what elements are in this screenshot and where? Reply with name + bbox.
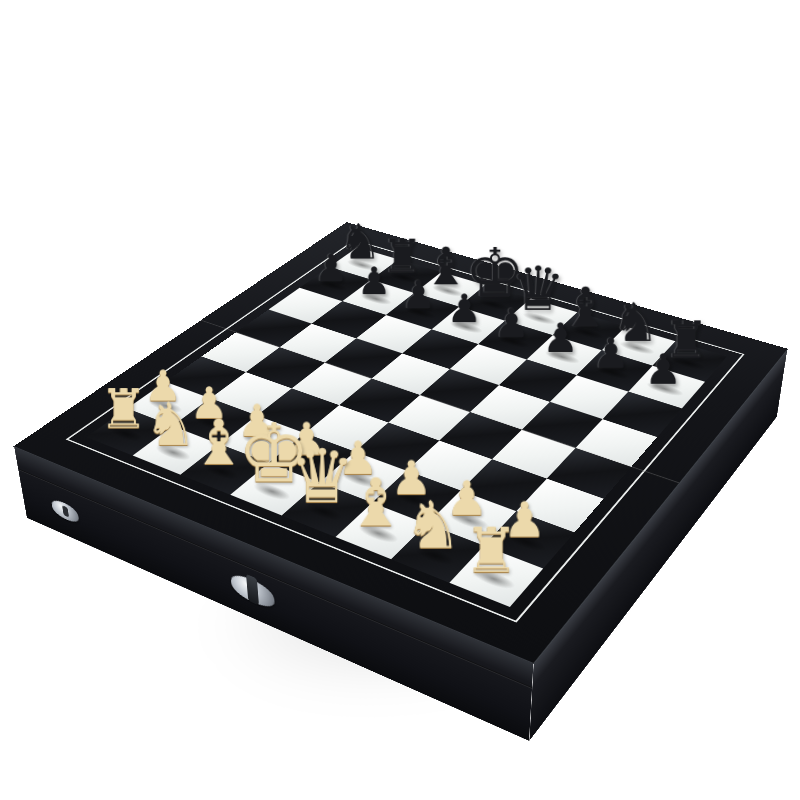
white-rook-h1: ♜ <box>457 520 526 582</box>
square-b5 <box>280 324 357 363</box>
scene: ♞♜♝♚♛♝♞♜♟♟♟♟♟♟♟♟♟♟♟♟♟♟♟♟♜♞♝♚♛♝♞♜ <box>140 115 700 675</box>
black-pawn-e7: ♟ <box>484 304 539 344</box>
black-pawn-f7: ♟ <box>532 318 588 358</box>
hinge-fitting <box>51 497 80 525</box>
chess-set-photo: ♞♜♝♚♛♝♞♜♟♟♟♟♟♟♟♟♟♟♟♟♟♟♟♟♜♞♝♚♛♝♞♜ <box>0 0 800 800</box>
square-b4 <box>246 347 325 388</box>
black-pawn-g7: ♟ <box>583 333 640 374</box>
black-pawn-h7: ♟ <box>634 349 692 391</box>
square-h5 <box>576 419 658 467</box>
